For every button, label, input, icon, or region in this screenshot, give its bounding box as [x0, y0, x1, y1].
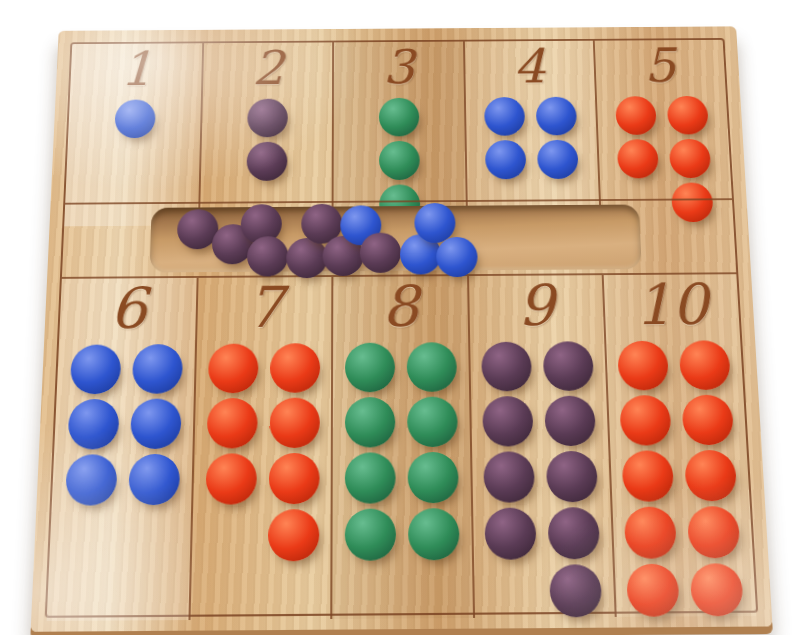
ball-red[interactable] — [206, 398, 257, 449]
ball-red[interactable] — [620, 395, 672, 446]
carved-number-3: 3 — [334, 43, 463, 94]
carved-number-6: 6 — [59, 280, 197, 341]
ball-red[interactable] — [687, 506, 741, 558]
ball-stack — [536, 97, 579, 179]
ball-red[interactable] — [618, 341, 670, 391]
counting-board: 12345 678910 — [31, 26, 773, 631]
ball-red[interactable] — [684, 450, 737, 501]
ball-red[interactable] — [622, 450, 675, 501]
ball-green[interactable] — [408, 508, 460, 560]
ball-stack — [615, 96, 659, 178]
ball-stack — [484, 97, 526, 179]
ball-green[interactable] — [345, 343, 395, 393]
ball-stacks-7 — [192, 343, 331, 562]
ball-blue[interactable] — [485, 140, 526, 179]
ball-stacks-8 — [333, 342, 472, 561]
top-row-columns-1-5: 12345 — [65, 40, 732, 203]
ball-blue[interactable] — [128, 454, 180, 505]
column-cell-5: 5 — [593, 40, 734, 223]
ball-red[interactable] — [667, 96, 709, 135]
bottom-row-columns-6-10: 678910 — [47, 274, 756, 615]
ball-stack — [345, 343, 396, 561]
ball-red[interactable] — [268, 453, 319, 504]
ball-stacks-9 — [470, 341, 615, 618]
ball-purple[interactable] — [247, 236, 289, 276]
ball-red[interactable] — [624, 507, 677, 559]
ball-purple[interactable] — [546, 451, 598, 502]
ball-blue[interactable] — [130, 398, 182, 449]
ball-red[interactable] — [690, 563, 744, 616]
ball-red[interactable] — [626, 564, 680, 617]
ball-purple[interactable] — [481, 342, 532, 392]
ball-red[interactable] — [268, 509, 320, 561]
ball-stack — [205, 344, 258, 505]
ball-stack — [114, 99, 156, 138]
ball-red[interactable] — [682, 395, 735, 446]
ball-blue[interactable] — [65, 454, 118, 505]
ball-purple[interactable] — [246, 142, 287, 181]
ball-red[interactable] — [679, 340, 731, 390]
column-cell-8: 8 — [331, 276, 473, 619]
ball-stacks-10 — [606, 340, 756, 617]
carved-number-8: 8 — [334, 278, 468, 339]
ball-green[interactable] — [345, 509, 396, 561]
carved-number-5: 5 — [595, 42, 726, 93]
column-cell-10: 10 — [602, 274, 757, 617]
ball-stacks-2 — [201, 98, 332, 181]
ball-green[interactable] — [379, 141, 420, 180]
ball-stack — [679, 340, 744, 616]
ball-red[interactable] — [270, 343, 320, 393]
ball-blue[interactable] — [67, 399, 119, 450]
column-cell-1: 1 — [64, 43, 202, 226]
ball-stack — [128, 344, 183, 505]
ball-red[interactable] — [617, 139, 659, 178]
ball-red[interactable] — [615, 96, 657, 135]
middle-strip — [62, 198, 737, 279]
ball-blue[interactable] — [537, 140, 579, 179]
ball-blue[interactable] — [484, 97, 525, 136]
ball-green[interactable] — [407, 397, 458, 448]
ball-red[interactable] — [205, 453, 257, 504]
carved-number-9: 9 — [469, 277, 604, 338]
ball-stack — [618, 341, 681, 617]
photo-white-background: 12345 678910 — [0, 0, 800, 635]
ball-blue[interactable] — [69, 344, 121, 394]
carved-number-2: 2 — [203, 44, 332, 95]
ball-purple[interactable] — [544, 396, 596, 447]
ball-storage-tray[interactable] — [150, 205, 642, 273]
ball-purple[interactable] — [485, 508, 537, 560]
ball-green[interactable] — [345, 452, 396, 503]
column-cell-9: 9 — [467, 275, 615, 618]
ball-stack — [543, 341, 603, 617]
ball-purple[interactable] — [360, 233, 401, 273]
ball-stack — [65, 344, 122, 505]
ball-purple[interactable] — [247, 99, 288, 138]
ball-stack — [407, 342, 460, 560]
ball-stacks-6 — [52, 344, 195, 506]
carved-number-4: 4 — [465, 42, 595, 93]
ball-purple[interactable] — [543, 341, 594, 391]
ball-green[interactable] — [379, 98, 420, 137]
ball-purple[interactable] — [549, 564, 602, 617]
ball-red[interactable] — [208, 344, 259, 394]
ball-blue[interactable] — [436, 237, 478, 277]
ball-green[interactable] — [407, 342, 457, 392]
ball-green[interactable] — [345, 397, 395, 448]
carved-number-1: 1 — [70, 45, 202, 96]
ball-red[interactable] — [269, 398, 320, 449]
ball-purple[interactable] — [482, 396, 533, 447]
ball-red[interactable] — [669, 139, 712, 178]
ball-purple[interactable] — [548, 507, 601, 559]
column-cell-4: 4 — [463, 41, 600, 224]
carved-number-10: 10 — [604, 276, 740, 337]
ball-green[interactable] — [408, 452, 459, 503]
ball-stack — [481, 342, 536, 560]
column-cell-3: 3 — [332, 42, 466, 225]
ball-blue[interactable] — [536, 97, 578, 136]
ball-blue[interactable] — [114, 99, 156, 138]
column-cell-6: 6 — [47, 278, 197, 621]
ball-stacks-1 — [68, 99, 201, 138]
column-cell-7: 7 — [189, 277, 332, 620]
carved-number-7: 7 — [197, 279, 331, 340]
ball-stack — [268, 343, 320, 561]
ball-stacks-4 — [465, 97, 597, 180]
ball-blue[interactable] — [131, 344, 182, 394]
ball-stack — [246, 99, 288, 181]
column-cell-2: 2 — [198, 42, 332, 225]
ball-purple[interactable] — [483, 451, 535, 502]
